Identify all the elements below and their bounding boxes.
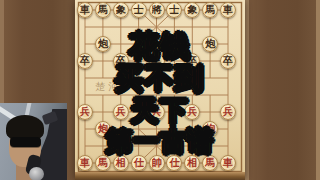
piece-character: 象 bbox=[116, 5, 126, 15]
piece-character: 仕 bbox=[169, 158, 179, 168]
board-bottom-edge bbox=[75, 172, 245, 180]
piece-character: 士 bbox=[169, 5, 179, 15]
caption-line-4: 第一古谱 bbox=[75, 124, 245, 159]
microphone-head bbox=[29, 167, 44, 180]
piece-character: 車 bbox=[80, 5, 90, 15]
piece-character: 車 bbox=[80, 158, 90, 168]
piece-character: 相 bbox=[116, 158, 126, 168]
piece-character: 將 bbox=[152, 5, 162, 15]
webcam-overlay bbox=[0, 103, 67, 180]
piece-character: 馬 bbox=[98, 158, 108, 168]
piece-black: 將 bbox=[149, 2, 165, 18]
piece-character: 相 bbox=[187, 158, 197, 168]
piece-black: 馬 bbox=[95, 2, 111, 18]
piece-character: 仕 bbox=[134, 158, 144, 168]
sunglasses bbox=[10, 137, 41, 147]
panel-edge-highlight bbox=[316, 0, 320, 180]
piece-character: 士 bbox=[134, 5, 144, 15]
piece-character: 車 bbox=[223, 5, 233, 15]
video-thumbnail: 楚河 漢界 車馬象士將士象馬車炮炮卒卒卒卒卒兵兵兵兵兵炮炮車馬相仕帥仕相馬車 花… bbox=[0, 0, 320, 180]
piece-black: 車 bbox=[220, 2, 236, 18]
piece-character: 帥 bbox=[152, 158, 162, 168]
piece-character: 車 bbox=[223, 158, 233, 168]
piece-character: 馬 bbox=[205, 158, 215, 168]
piece-character: 馬 bbox=[205, 5, 215, 15]
piece-black: 車 bbox=[77, 2, 93, 18]
piece-black: 馬 bbox=[202, 2, 218, 18]
piece-character: 馬 bbox=[98, 5, 108, 15]
side-panel-right bbox=[245, 0, 320, 180]
piece-character: 象 bbox=[187, 5, 197, 15]
piece-black: 士 bbox=[131, 2, 147, 18]
piece-black: 象 bbox=[113, 2, 129, 18]
panel-edge-highlight bbox=[245, 0, 249, 180]
